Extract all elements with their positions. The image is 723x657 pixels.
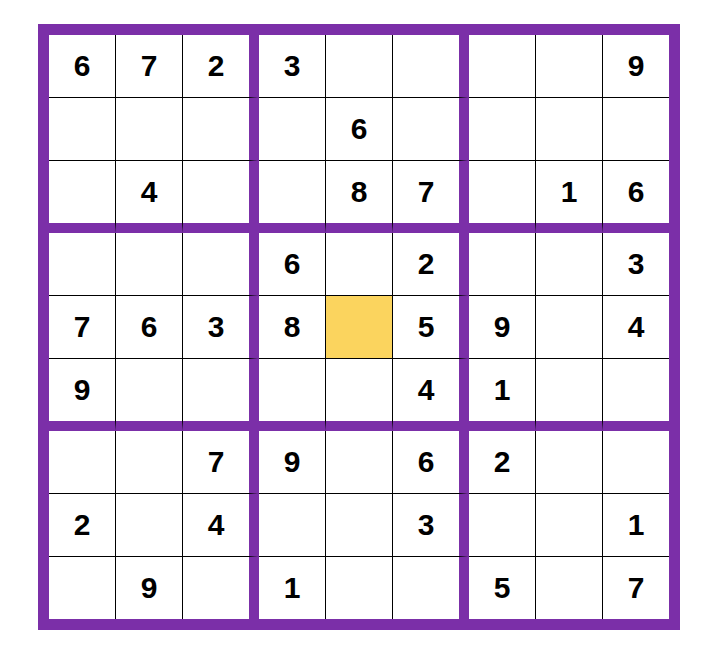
- cell-r6c9[interactable]: [603, 359, 669, 431]
- cell-r4c5[interactable]: [326, 233, 393, 296]
- cell-r7c1[interactable]: [49, 431, 116, 494]
- sudoku-board: 672396487166237638594941796224319157: [38, 24, 680, 630]
- cell-r6c5[interactable]: [326, 359, 393, 431]
- cell-r6c7[interactable]: 1: [469, 359, 536, 431]
- cell-r6c6[interactable]: 4: [393, 359, 469, 431]
- cell-r9c5[interactable]: [326, 557, 393, 619]
- cell-r1c4[interactable]: 3: [259, 35, 326, 98]
- cell-r2c2[interactable]: [116, 98, 183, 161]
- cell-r4c6[interactable]: 2: [393, 233, 469, 296]
- cell-r7c2[interactable]: [116, 431, 183, 494]
- cell-r7c9[interactable]: [603, 431, 669, 494]
- cell-r8c4[interactable]: [259, 494, 326, 557]
- cell-r5c4[interactable]: 8: [259, 296, 326, 359]
- cell-r5c7[interactable]: 9: [469, 296, 536, 359]
- cell-r2c3[interactable]: [183, 98, 259, 161]
- cell-r2c8[interactable]: [536, 98, 603, 161]
- cell-r7c8[interactable]: [536, 431, 603, 494]
- cell-r5c6[interactable]: 5: [393, 296, 469, 359]
- cell-r8c5[interactable]: [326, 494, 393, 557]
- cell-r6c2[interactable]: [116, 359, 183, 431]
- cell-r6c3[interactable]: [183, 359, 259, 431]
- cell-r9c8[interactable]: [536, 557, 603, 619]
- cell-r9c7[interactable]: 5: [469, 557, 536, 619]
- cell-r3c4[interactable]: [259, 161, 326, 233]
- cell-r3c2[interactable]: 4: [116, 161, 183, 233]
- cell-r1c8[interactable]: [536, 35, 603, 98]
- cell-r2c1[interactable]: [49, 98, 116, 161]
- cell-r5c1[interactable]: 7: [49, 296, 116, 359]
- cell-r5c3[interactable]: 3: [183, 296, 259, 359]
- cell-r2c6[interactable]: [393, 98, 469, 161]
- cell-r9c9[interactable]: 7: [603, 557, 669, 619]
- cell-r9c3[interactable]: [183, 557, 259, 619]
- cell-r3c9[interactable]: 6: [603, 161, 669, 233]
- cell-r3c7[interactable]: [469, 161, 536, 233]
- cell-r2c9[interactable]: [603, 98, 669, 161]
- cell-r4c1[interactable]: [49, 233, 116, 296]
- cell-r8c2[interactable]: [116, 494, 183, 557]
- cell-r1c3[interactable]: 2: [183, 35, 259, 98]
- cell-r8c6[interactable]: 3: [393, 494, 469, 557]
- cell-r2c5[interactable]: 6: [326, 98, 393, 161]
- cell-r1c2[interactable]: 7: [116, 35, 183, 98]
- cell-r3c5[interactable]: 8: [326, 161, 393, 233]
- cell-r5c2[interactable]: 6: [116, 296, 183, 359]
- cell-r1c9[interactable]: 9: [603, 35, 669, 98]
- cell-r3c8[interactable]: 1: [536, 161, 603, 233]
- cell-r4c4[interactable]: 6: [259, 233, 326, 296]
- cell-r9c1[interactable]: [49, 557, 116, 619]
- cell-r3c3[interactable]: [183, 161, 259, 233]
- cell-r1c1[interactable]: 6: [49, 35, 116, 98]
- cell-r2c7[interactable]: [469, 98, 536, 161]
- cell-r8c8[interactable]: [536, 494, 603, 557]
- cell-r4c9[interactable]: 3: [603, 233, 669, 296]
- cell-r1c5[interactable]: [326, 35, 393, 98]
- cell-r5c9[interactable]: 4: [603, 296, 669, 359]
- cell-r3c6[interactable]: 7: [393, 161, 469, 233]
- cell-r9c4[interactable]: 1: [259, 557, 326, 619]
- cell-r5c5[interactable]: [326, 296, 393, 359]
- cell-r4c3[interactable]: [183, 233, 259, 296]
- cell-r8c3[interactable]: 4: [183, 494, 259, 557]
- cell-r3c1[interactable]: [49, 161, 116, 233]
- cell-r6c8[interactable]: [536, 359, 603, 431]
- cell-r9c2[interactable]: 9: [116, 557, 183, 619]
- cell-r7c3[interactable]: 7: [183, 431, 259, 494]
- cell-r9c6[interactable]: [393, 557, 469, 619]
- cell-r4c7[interactable]: [469, 233, 536, 296]
- cell-r4c2[interactable]: [116, 233, 183, 296]
- cell-r7c7[interactable]: 2: [469, 431, 536, 494]
- cell-r5c8[interactable]: [536, 296, 603, 359]
- cell-r1c7[interactable]: [469, 35, 536, 98]
- cell-r4c8[interactable]: [536, 233, 603, 296]
- cell-r7c4[interactable]: 9: [259, 431, 326, 494]
- cell-r2c4[interactable]: [259, 98, 326, 161]
- cell-r6c1[interactable]: 9: [49, 359, 116, 431]
- cell-r8c9[interactable]: 1: [603, 494, 669, 557]
- cell-r8c7[interactable]: [469, 494, 536, 557]
- cell-r7c6[interactable]: 6: [393, 431, 469, 494]
- cell-r6c4[interactable]: [259, 359, 326, 431]
- cell-r7c5[interactable]: [326, 431, 393, 494]
- cell-r8c1[interactable]: 2: [49, 494, 116, 557]
- cell-r1c6[interactable]: [393, 35, 469, 98]
